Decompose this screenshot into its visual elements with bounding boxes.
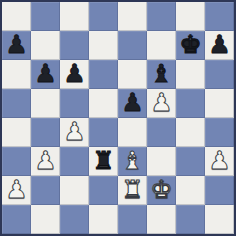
square-b1[interactable] bbox=[31, 205, 60, 234]
square-d5[interactable] bbox=[89, 89, 118, 118]
square-a3[interactable] bbox=[2, 147, 31, 176]
square-c7[interactable] bbox=[60, 31, 89, 60]
square-g3[interactable] bbox=[176, 147, 205, 176]
square-h3[interactable]: ♟ bbox=[205, 147, 234, 176]
white-bishop-e3[interactable]: ♝ bbox=[121, 148, 143, 173]
square-c1[interactable] bbox=[60, 205, 89, 234]
white-pawn-f5[interactable]: ♟ bbox=[150, 90, 172, 115]
square-h6[interactable] bbox=[205, 60, 234, 89]
black-bishop-f6[interactable]: ♝ bbox=[150, 61, 172, 86]
white-pawn-h3[interactable]: ♟ bbox=[208, 148, 230, 173]
square-c3[interactable] bbox=[60, 147, 89, 176]
square-h8[interactable] bbox=[205, 2, 234, 31]
square-e4[interactable] bbox=[118, 118, 147, 147]
square-e1[interactable] bbox=[118, 205, 147, 234]
square-c8[interactable] bbox=[60, 2, 89, 31]
square-f3[interactable] bbox=[147, 147, 176, 176]
square-f8[interactable] bbox=[147, 2, 176, 31]
square-d4[interactable] bbox=[89, 118, 118, 147]
white-king-f2[interactable]: ♚ bbox=[150, 177, 172, 202]
square-e8[interactable] bbox=[118, 2, 147, 31]
square-h4[interactable] bbox=[205, 118, 234, 147]
square-c2[interactable] bbox=[60, 176, 89, 205]
black-king-g7[interactable]: ♚ bbox=[179, 32, 201, 57]
square-g1[interactable] bbox=[176, 205, 205, 234]
square-f6[interactable]: ♝ bbox=[147, 60, 176, 89]
square-b2[interactable] bbox=[31, 176, 60, 205]
square-a6[interactable] bbox=[2, 60, 31, 89]
chess-board: ♟♚♟♟♟♝♟♟♟♟♜♝♟♟♜♚ bbox=[2, 2, 234, 234]
square-d2[interactable] bbox=[89, 176, 118, 205]
square-b3[interactable]: ♟ bbox=[31, 147, 60, 176]
square-e6[interactable] bbox=[118, 60, 147, 89]
square-a4[interactable] bbox=[2, 118, 31, 147]
square-b4[interactable] bbox=[31, 118, 60, 147]
square-f4[interactable] bbox=[147, 118, 176, 147]
square-g8[interactable] bbox=[176, 2, 205, 31]
square-h7[interactable]: ♟ bbox=[205, 31, 234, 60]
black-pawn-a7[interactable]: ♟ bbox=[5, 32, 27, 57]
square-g7[interactable]: ♚ bbox=[176, 31, 205, 60]
black-pawn-b6[interactable]: ♟ bbox=[34, 61, 56, 86]
board-frame: ♟♚♟♟♟♝♟♟♟♟♜♝♟♟♜♚ bbox=[0, 0, 236, 236]
black-pawn-h7[interactable]: ♟ bbox=[208, 32, 230, 57]
square-h2[interactable] bbox=[205, 176, 234, 205]
square-c6[interactable]: ♟ bbox=[60, 60, 89, 89]
square-e7[interactable] bbox=[118, 31, 147, 60]
black-pawn-e5[interactable]: ♟ bbox=[121, 90, 143, 115]
square-a1[interactable] bbox=[2, 205, 31, 234]
white-pawn-b3[interactable]: ♟ bbox=[34, 148, 56, 173]
square-e2[interactable]: ♜ bbox=[118, 176, 147, 205]
square-e3[interactable]: ♝ bbox=[118, 147, 147, 176]
square-h5[interactable] bbox=[205, 89, 234, 118]
black-pawn-c6[interactable]: ♟ bbox=[63, 61, 85, 86]
square-a8[interactable] bbox=[2, 2, 31, 31]
square-c5[interactable] bbox=[60, 89, 89, 118]
square-g5[interactable] bbox=[176, 89, 205, 118]
square-f2[interactable]: ♚ bbox=[147, 176, 176, 205]
square-f1[interactable] bbox=[147, 205, 176, 234]
square-d3[interactable]: ♜ bbox=[89, 147, 118, 176]
white-pawn-a2[interactable]: ♟ bbox=[5, 177, 27, 202]
square-f5[interactable]: ♟ bbox=[147, 89, 176, 118]
square-g2[interactable] bbox=[176, 176, 205, 205]
square-a7[interactable]: ♟ bbox=[2, 31, 31, 60]
square-d8[interactable] bbox=[89, 2, 118, 31]
square-b5[interactable] bbox=[31, 89, 60, 118]
square-d6[interactable] bbox=[89, 60, 118, 89]
square-b6[interactable]: ♟ bbox=[31, 60, 60, 89]
square-b8[interactable] bbox=[31, 2, 60, 31]
square-a5[interactable] bbox=[2, 89, 31, 118]
square-e5[interactable]: ♟ bbox=[118, 89, 147, 118]
square-h1[interactable] bbox=[205, 205, 234, 234]
white-pawn-c4[interactable]: ♟ bbox=[63, 119, 85, 144]
black-rook-d3[interactable]: ♜ bbox=[92, 148, 114, 173]
square-a2[interactable]: ♟ bbox=[2, 176, 31, 205]
square-g6[interactable] bbox=[176, 60, 205, 89]
white-rook-e2[interactable]: ♜ bbox=[121, 177, 143, 202]
square-c4[interactable]: ♟ bbox=[60, 118, 89, 147]
square-f7[interactable] bbox=[147, 31, 176, 60]
square-d7[interactable] bbox=[89, 31, 118, 60]
square-d1[interactable] bbox=[89, 205, 118, 234]
square-g4[interactable] bbox=[176, 118, 205, 147]
square-b7[interactable] bbox=[31, 31, 60, 60]
